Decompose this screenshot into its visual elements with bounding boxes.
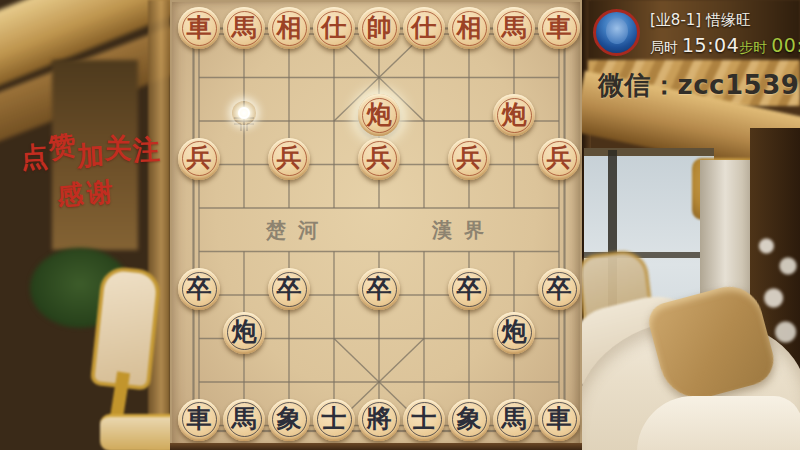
clocks: 局时 15:04 步时 00:30 xyxy=(650,34,800,57)
piece-glyph: 仕 xyxy=(412,15,437,40)
game-time-label: 局时 xyxy=(650,39,678,57)
river-label-right: 漢界 xyxy=(432,217,496,244)
piece-glyph: 馬 xyxy=(502,15,527,40)
player-avatar xyxy=(593,9,640,56)
piece-glyph: 象 xyxy=(277,406,302,431)
piece-red-chariot-r0c8[interactable]: 車 xyxy=(538,7,580,49)
couch-cushion-decor xyxy=(637,396,800,450)
board-grid xyxy=(170,0,582,450)
banner-char: 赞 xyxy=(46,127,79,167)
piece-glyph: 兵 xyxy=(277,145,302,170)
piece-glyph: 卒 xyxy=(187,276,212,301)
banner-char: 点 xyxy=(20,138,50,175)
piece-glyph: 炮 xyxy=(232,319,257,344)
piece-red-advisor-r0c3[interactable]: 仕 xyxy=(313,7,355,49)
piece-glyph: 象 xyxy=(457,406,482,431)
piece-black-cannon-r7c7[interactable]: 炮 xyxy=(493,312,535,354)
piece-black-horse-r9c7[interactable]: 馬 xyxy=(493,399,535,441)
piece-black-general-r9c4[interactable]: 將 xyxy=(358,399,400,441)
piece-glyph: 車 xyxy=(547,15,572,40)
player-badge: [业8-1] 惜缘旺 xyxy=(650,11,800,30)
piece-glyph: 兵 xyxy=(187,145,212,170)
stream-frame: 点赞加关注 感谢 楚河 漢界 車馬相仕帥仕相馬車炮炮兵兵兵兵兵卒卒卒卒卒炮炮車馬… xyxy=(0,0,800,450)
piece-glyph: 卒 xyxy=(457,276,482,301)
piece-red-soldier-r3c8[interactable]: 兵 xyxy=(538,138,580,180)
piece-red-general-r0c4[interactable]: 帥 xyxy=(358,7,400,49)
piece-black-soldier-r6c6[interactable]: 卒 xyxy=(448,268,490,310)
piece-glyph: 車 xyxy=(187,15,212,40)
piece-black-soldier-r6c0[interactable]: 卒 xyxy=(178,268,220,310)
player-info: [业8-1] 惜缘旺 局时 15:04 步时 00:30 xyxy=(650,11,800,57)
banner-char: 注 xyxy=(132,131,162,168)
window-frame xyxy=(584,148,714,156)
piece-red-soldier-r3c2[interactable]: 兵 xyxy=(268,138,310,180)
piece-black-advisor-r9c5[interactable]: 士 xyxy=(403,399,445,441)
piece-black-cannon-r7c1[interactable]: 炮 xyxy=(223,312,265,354)
piece-glyph: 兵 xyxy=(547,145,572,170)
piece-black-chariot-r9c8[interactable]: 車 xyxy=(538,399,580,441)
piece-red-elephant-r0c2[interactable]: 相 xyxy=(268,7,310,49)
piece-black-chariot-r9c0[interactable]: 車 xyxy=(178,399,220,441)
piece-glyph: 士 xyxy=(322,406,347,431)
board-bottom-edge xyxy=(170,443,582,450)
piece-glyph: 仕 xyxy=(322,15,347,40)
piece-glyph: 兵 xyxy=(367,145,392,170)
piece-glyph: 馬 xyxy=(232,406,257,431)
left-background-photo: 点赞加关注 感谢 xyxy=(0,0,170,450)
piece-glyph: 卒 xyxy=(277,276,302,301)
piece-glyph: 士 xyxy=(412,406,437,431)
piece-glyph: 卒 xyxy=(367,276,392,301)
piece-glyph: 馬 xyxy=(502,406,527,431)
last-move-origin-marker xyxy=(232,101,256,125)
banner-line2: 感谢 xyxy=(8,170,166,218)
xiangqi-board: 楚河 漢界 車馬相仕帥仕相馬車炮炮兵兵兵兵兵卒卒卒卒卒炮炮車馬象士將士象馬車 xyxy=(170,0,582,450)
piece-black-advisor-r9c3[interactable]: 士 xyxy=(313,399,355,441)
piece-red-cannon-r2c4[interactable]: 炮 xyxy=(358,94,400,136)
piece-glyph: 相 xyxy=(457,15,482,40)
piece-glyph: 卒 xyxy=(547,276,572,301)
piece-glyph: 帥 xyxy=(367,15,392,40)
wechat-id-text: 微信：zcc153922 xyxy=(598,68,798,103)
piece-glyph: 將 xyxy=(367,406,392,431)
piece-red-advisor-r0c5[interactable]: 仕 xyxy=(403,7,445,49)
move-time-value: 00:30 xyxy=(771,34,800,56)
piece-black-soldier-r6c2[interactable]: 卒 xyxy=(268,268,310,310)
piece-glyph: 炮 xyxy=(502,102,527,127)
move-time-label: 步时 xyxy=(739,39,767,57)
river-label-left: 楚河 xyxy=(266,217,330,244)
piece-black-elephant-r9c2[interactable]: 象 xyxy=(268,399,310,441)
piece-black-elephant-r9c6[interactable]: 象 xyxy=(448,399,490,441)
banner-char: 关 xyxy=(104,130,133,166)
piece-black-horse-r9c1[interactable]: 馬 xyxy=(223,399,265,441)
banner-line1: 点赞加关注 xyxy=(12,132,170,176)
banner-char: 加 xyxy=(76,137,106,174)
piece-red-soldier-r3c6[interactable]: 兵 xyxy=(448,138,490,180)
piece-black-soldier-r6c8[interactable]: 卒 xyxy=(538,268,580,310)
piece-red-cannon-r2c7[interactable]: 炮 xyxy=(493,94,535,136)
piece-glyph: 車 xyxy=(547,406,572,431)
piece-glyph: 炮 xyxy=(502,319,527,344)
like-follow-banner: 点赞加关注 感谢 xyxy=(12,132,170,215)
piece-red-soldier-r3c0[interactable]: 兵 xyxy=(178,138,220,180)
piece-glyph: 相 xyxy=(277,15,302,40)
piece-glyph: 炮 xyxy=(367,102,392,127)
piece-glyph: 車 xyxy=(187,406,212,431)
gilded-chair-decor xyxy=(100,414,170,450)
piece-red-elephant-r0c6[interactable]: 相 xyxy=(448,7,490,49)
piece-black-soldier-r6c4[interactable]: 卒 xyxy=(358,268,400,310)
game-time-value: 15:04 xyxy=(682,34,739,56)
piece-red-chariot-r0c0[interactable]: 車 xyxy=(178,7,220,49)
piece-glyph: 兵 xyxy=(457,145,482,170)
piece-red-soldier-r3c4[interactable]: 兵 xyxy=(358,138,400,180)
piece-glyph: 馬 xyxy=(232,15,257,40)
piece-red-horse-r0c1[interactable]: 馬 xyxy=(223,7,265,49)
piece-red-horse-r0c7[interactable]: 馬 xyxy=(493,7,535,49)
